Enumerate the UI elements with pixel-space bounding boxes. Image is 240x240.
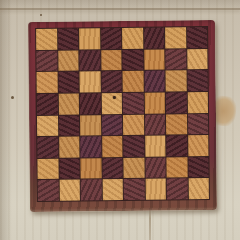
- square-d1[interactable]: [102, 179, 123, 200]
- square-a2[interactable]: [37, 158, 58, 179]
- square-c3[interactable]: [80, 136, 101, 157]
- square-g7[interactable]: [165, 49, 186, 70]
- square-e2[interactable]: [123, 158, 144, 179]
- square-e3[interactable]: [123, 136, 144, 157]
- wood-knot-blemish: [113, 96, 116, 99]
- square-f2[interactable]: [145, 157, 166, 178]
- square-e5[interactable]: [123, 93, 144, 114]
- square-g8[interactable]: [165, 27, 186, 48]
- square-d7[interactable]: [101, 50, 122, 71]
- square-c8[interactable]: [79, 28, 100, 49]
- square-b4[interactable]: [58, 115, 79, 136]
- square-d8[interactable]: [101, 28, 122, 49]
- checkerboard: [28, 20, 217, 212]
- square-g6[interactable]: [166, 71, 187, 92]
- square-d4[interactable]: [101, 115, 122, 136]
- square-h2[interactable]: [188, 157, 209, 178]
- square-f6[interactable]: [144, 71, 165, 92]
- square-f4[interactable]: [144, 114, 165, 135]
- square-g2[interactable]: [166, 157, 187, 178]
- square-b5[interactable]: [58, 93, 79, 114]
- square-f8[interactable]: [144, 28, 165, 49]
- square-h8[interactable]: [187, 27, 208, 48]
- background-left-shading: [0, 0, 12, 240]
- square-h6[interactable]: [187, 70, 208, 91]
- square-c7[interactable]: [79, 50, 100, 71]
- square-b1[interactable]: [59, 180, 80, 201]
- square-h4[interactable]: [187, 114, 208, 135]
- square-c1[interactable]: [81, 180, 102, 201]
- square-h7[interactable]: [187, 49, 208, 70]
- square-c2[interactable]: [80, 158, 101, 179]
- square-h3[interactable]: [188, 135, 209, 156]
- wood-speck: [40, 14, 42, 16]
- square-c6[interactable]: [80, 71, 101, 92]
- square-e6[interactable]: [123, 71, 144, 92]
- square-g4[interactable]: [166, 114, 187, 135]
- square-e4[interactable]: [123, 114, 144, 135]
- square-b7[interactable]: [58, 50, 79, 71]
- square-b6[interactable]: [58, 72, 79, 93]
- square-e8[interactable]: [122, 28, 143, 49]
- square-g3[interactable]: [166, 135, 187, 156]
- plywood-table-background: [0, 0, 240, 240]
- square-e1[interactable]: [124, 179, 145, 200]
- square-a3[interactable]: [37, 137, 58, 158]
- board-grid: [36, 27, 209, 201]
- square-f1[interactable]: [145, 179, 166, 200]
- square-d6[interactable]: [101, 71, 122, 92]
- square-d5[interactable]: [101, 93, 122, 114]
- square-a5[interactable]: [37, 94, 58, 115]
- square-h1[interactable]: [188, 178, 209, 199]
- square-f7[interactable]: [144, 49, 165, 70]
- square-f3[interactable]: [145, 136, 166, 157]
- square-g5[interactable]: [166, 92, 187, 113]
- square-a6[interactable]: [37, 72, 58, 93]
- square-a8[interactable]: [36, 29, 57, 50]
- plywood-seam-line: [0, 8, 240, 10]
- square-g1[interactable]: [167, 179, 188, 200]
- square-d2[interactable]: [102, 158, 123, 179]
- square-a7[interactable]: [36, 50, 57, 71]
- square-b3[interactable]: [59, 137, 80, 158]
- wood-speck: [11, 96, 14, 99]
- square-c5[interactable]: [80, 93, 101, 114]
- square-e7[interactable]: [122, 49, 143, 70]
- square-d3[interactable]: [102, 136, 123, 157]
- square-h5[interactable]: [187, 92, 208, 113]
- square-c4[interactable]: [80, 115, 101, 136]
- square-f5[interactable]: [144, 92, 165, 113]
- square-a1[interactable]: [38, 180, 59, 201]
- square-b8[interactable]: [58, 28, 79, 49]
- square-a4[interactable]: [37, 115, 58, 136]
- square-b2[interactable]: [59, 158, 80, 179]
